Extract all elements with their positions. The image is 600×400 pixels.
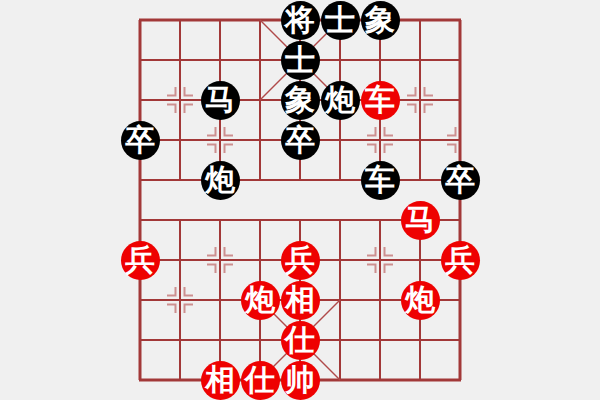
piece-black-advisor[interactable]: 士 (281, 41, 320, 80)
piece-black-chariot[interactable]: 车 (361, 161, 400, 200)
piece-red-soldier[interactable]: 兵 (121, 241, 160, 280)
piece-black-elephant[interactable]: 象 (361, 1, 400, 40)
piece-red-advisor[interactable]: 仕 (241, 361, 280, 400)
piece-red-elephant[interactable]: 相 (201, 361, 240, 400)
piece-black-advisor[interactable]: 士 (321, 1, 360, 40)
piece-red-horse[interactable]: 马 (401, 201, 440, 240)
piece-black-general[interactable]: 将 (281, 1, 320, 40)
piece-red-chariot[interactable]: 车 (361, 81, 400, 120)
piece-red-soldier[interactable]: 兵 (281, 241, 320, 280)
piece-black-cannon[interactable]: 炮 (201, 161, 240, 200)
piece-black-soldier[interactable]: 卒 (441, 161, 480, 200)
piece-black-cannon[interactable]: 炮 (321, 81, 360, 120)
piece-black-elephant[interactable]: 象 (281, 81, 320, 120)
piece-red-cannon[interactable]: 炮 (401, 281, 440, 320)
piece-black-soldier[interactable]: 卒 (281, 121, 320, 160)
piece-red-general[interactable]: 帅 (281, 361, 320, 400)
piece-red-soldier[interactable]: 兵 (441, 241, 480, 280)
piece-black-soldier[interactable]: 卒 (121, 121, 160, 160)
xiangqi-board: 将士象士马象炮车卒卒炮车卒马兵兵兵炮相炮仕相仕帅 (0, 0, 600, 400)
piece-red-cannon[interactable]: 炮 (241, 281, 280, 320)
piece-red-advisor[interactable]: 仕 (281, 321, 320, 360)
pieces-layer: 将士象士马象炮车卒卒炮车卒马兵兵兵炮相炮仕相仕帅 (0, 0, 600, 400)
piece-black-horse[interactable]: 马 (201, 81, 240, 120)
piece-red-elephant[interactable]: 相 (281, 281, 320, 320)
